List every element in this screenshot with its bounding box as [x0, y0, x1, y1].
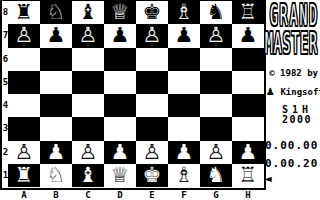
clock-black: 0.00.00 [265, 141, 318, 150]
square-f8[interactable]: ♗ [168, 1, 200, 24]
square-d7[interactable]: ♟ [104, 24, 136, 47]
square-e6[interactable] [136, 48, 168, 71]
piece-black-pawn: ♟ [239, 25, 258, 46]
piece-white-rook: ♜ [15, 165, 34, 186]
piece-black-knight: ♘ [47, 2, 66, 23]
piece-black-queen: ♕ [111, 2, 130, 23]
piece-black-king: ♚ [143, 2, 162, 23]
piece-white-knight: ♘ [47, 165, 66, 186]
copyright-text: © 1982 by [266, 69, 318, 78]
square-h5[interactable] [232, 71, 264, 94]
square-e5[interactable] [136, 71, 168, 94]
square-b7[interactable]: ♟ [40, 24, 72, 47]
square-h6[interactable] [232, 48, 264, 71]
square-g8[interactable]: ♞ [200, 1, 232, 24]
square-a7[interactable]: ♙ [8, 24, 40, 47]
game-title-line1: GRAND [270, 3, 319, 27]
square-b8[interactable]: ♘ [40, 1, 72, 24]
file-label-f: F [168, 190, 200, 200]
board-grid: ♜♘♝♕♚♗♞♖♙♟♙♟♙♟♙♟♙♟♙♟♙♟♙♟♜♘♝♕♚♗♞♖ [8, 1, 264, 187]
file-label-g: G [200, 190, 232, 200]
square-g1[interactable]: ♞ [200, 164, 232, 187]
square-e7[interactable]: ♙ [136, 24, 168, 47]
piece-black-pawn: ♙ [207, 25, 226, 46]
piece-white-bishop: ♗ [175, 165, 194, 186]
square-d6[interactable] [104, 48, 136, 71]
square-d2[interactable]: ♟ [104, 141, 136, 164]
square-e4[interactable] [136, 94, 168, 117]
square-f7[interactable]: ♟ [168, 24, 200, 47]
square-h8[interactable]: ♖ [232, 1, 264, 24]
piece-black-bishop: ♝ [79, 2, 98, 23]
square-c8[interactable]: ♝ [72, 1, 104, 24]
publisher-line: ♟ Kingsoft [266, 87, 318, 97]
square-d4[interactable] [104, 94, 136, 117]
game-title-line2: MASTER [265, 31, 318, 55]
square-d3[interactable] [104, 117, 136, 140]
piece-white-pawn: ♙ [207, 142, 226, 163]
grand-master-chess-screen: 87654321 ♜♘♝♕♚♗♞♖♙♟♙♟♙♟♙♟♙♟♙♟♙♟♙♟♜♘♝♕♚♗♞… [0, 0, 320, 200]
square-f6[interactable] [168, 48, 200, 71]
square-a8[interactable]: ♜ [8, 1, 40, 24]
file-label-h: H [232, 190, 264, 200]
square-h1[interactable]: ♖ [232, 164, 264, 187]
square-b3[interactable] [40, 117, 72, 140]
square-g7[interactable]: ♙ [200, 24, 232, 47]
file-label-b: B [40, 190, 72, 200]
square-b6[interactable] [40, 48, 72, 71]
piece-black-rook: ♜ [15, 2, 34, 23]
square-e3[interactable] [136, 117, 168, 140]
piece-white-pawn: ♟ [239, 142, 258, 163]
square-a5[interactable] [8, 71, 40, 94]
square-c4[interactable] [72, 94, 104, 117]
square-b5[interactable] [40, 71, 72, 94]
square-c2[interactable]: ♙ [72, 141, 104, 164]
square-d1[interactable]: ♕ [104, 164, 136, 187]
piece-white-king: ♚ [143, 165, 162, 186]
chess-board: 87654321 ♜♘♝♕♚♗♞♖♙♟♙♟♙♟♙♟♙♟♙♟♙♟♙♟♜♘♝♕♚♗♞… [0, 0, 266, 190]
square-a3[interactable] [8, 117, 40, 140]
piece-white-queen: ♕ [111, 165, 130, 186]
piece-white-pawn: ♟ [111, 142, 130, 163]
file-label-a: A [8, 190, 40, 200]
square-g3[interactable] [200, 117, 232, 140]
model-line2: 2000 [282, 115, 312, 125]
square-f2[interactable]: ♟ [168, 141, 200, 164]
piece-black-pawn: ♙ [79, 25, 98, 46]
piece-white-knight: ♞ [207, 165, 226, 186]
square-c5[interactable] [72, 71, 104, 94]
square-g5[interactable] [200, 71, 232, 94]
square-a2[interactable]: ♙ [8, 141, 40, 164]
file-label-c: C [72, 190, 104, 200]
piece-white-pawn: ♙ [143, 142, 162, 163]
square-h2[interactable]: ♟ [232, 141, 264, 164]
publisher-name: Kingsoft [280, 87, 320, 97]
piece-black-pawn: ♙ [143, 25, 162, 46]
square-f5[interactable] [168, 71, 200, 94]
square-c6[interactable] [72, 48, 104, 71]
piece-white-pawn: ♙ [15, 142, 34, 163]
piece-white-rook: ♖ [239, 165, 258, 186]
square-d5[interactable] [104, 71, 136, 94]
square-f1[interactable]: ♗ [168, 164, 200, 187]
clock-white: 0.00.20 [265, 159, 318, 168]
piece-white-bishop: ♝ [79, 165, 98, 186]
square-a1[interactable]: ♜ [8, 164, 40, 187]
square-e2[interactable]: ♙ [136, 141, 168, 164]
piece-black-pawn: ♟ [175, 25, 194, 46]
pawn-icon: ♟ [266, 86, 275, 97]
square-h4[interactable] [232, 94, 264, 117]
square-c3[interactable] [72, 117, 104, 140]
square-e1[interactable]: ♚ [136, 164, 168, 187]
piece-white-pawn: ♟ [47, 142, 66, 163]
square-h7[interactable]: ♟ [232, 24, 264, 47]
square-d8[interactable]: ♕ [104, 1, 136, 24]
piece-black-pawn: ♟ [111, 25, 130, 46]
square-g2[interactable]: ♙ [200, 141, 232, 164]
piece-black-bishop: ♗ [175, 2, 194, 23]
square-b4[interactable] [40, 94, 72, 117]
square-a6[interactable] [8, 48, 40, 71]
piece-black-rook: ♖ [239, 2, 258, 23]
square-f3[interactable] [168, 117, 200, 140]
square-e8[interactable]: ♚ [136, 1, 168, 24]
square-b2[interactable]: ♟ [40, 141, 72, 164]
piece-white-pawn: ♙ [79, 142, 98, 163]
program-model: S1H 2000 [282, 105, 312, 125]
square-c1[interactable]: ♝ [72, 164, 104, 187]
square-b1[interactable]: ♘ [40, 164, 72, 187]
square-h3[interactable] [232, 117, 264, 140]
square-f4[interactable] [168, 94, 200, 117]
file-labels: ABCDEFGH [8, 190, 264, 200]
file-label-e: E [136, 190, 168, 200]
piece-white-pawn: ♟ [175, 142, 194, 163]
file-label-d: D [104, 190, 136, 200]
piece-black-knight: ♞ [207, 2, 226, 23]
piece-black-pawn: ♙ [15, 25, 34, 46]
square-g6[interactable] [200, 48, 232, 71]
turn-indicator-arrow: ◄ [264, 174, 272, 184]
square-a4[interactable] [8, 94, 40, 117]
square-c7[interactable]: ♙ [72, 24, 104, 47]
square-g4[interactable] [200, 94, 232, 117]
piece-black-pawn: ♟ [47, 25, 66, 46]
